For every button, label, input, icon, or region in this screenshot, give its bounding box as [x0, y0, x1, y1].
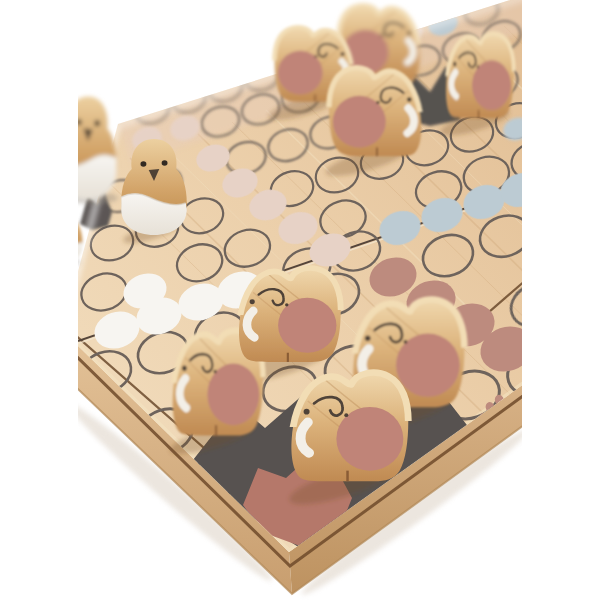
piece-mammoth-f4[interactable] [291, 373, 408, 482]
piece-mammoth-f2[interactable] [239, 268, 341, 362]
board-game-scene [0, 0, 600, 600]
product-photo-stage [0, 0, 600, 600]
piece-mammoth-t3[interactable] [329, 68, 421, 156]
piece-mammoth-t4[interactable] [446, 34, 514, 119]
